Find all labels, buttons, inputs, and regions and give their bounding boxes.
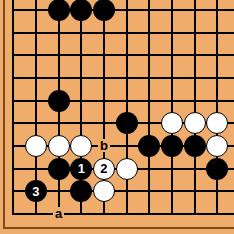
intersection — [206, 135, 229, 158]
board-frame-bottom — [3, 227, 234, 229]
intersection — [183, 112, 206, 135]
intersection — [206, 44, 229, 67]
intersection — [47, 44, 70, 67]
white-stone — [206, 135, 228, 157]
white-stone-move-2: 2 — [93, 158, 115, 180]
white-stone — [48, 135, 70, 157]
white-stone — [116, 158, 138, 180]
intersection — [115, 180, 138, 203]
intersection — [138, 180, 161, 203]
black-stone-move-1: 1 — [70, 158, 92, 180]
intersection — [138, 112, 161, 135]
intersection — [115, 67, 138, 90]
white-stone — [161, 112, 183, 134]
intersection — [47, 0, 70, 21]
intersection — [25, 44, 48, 67]
intersection — [206, 67, 229, 90]
intersection — [25, 135, 48, 158]
intersection — [206, 21, 229, 44]
black-stone — [48, 0, 70, 21]
white-stone — [206, 112, 228, 134]
intersection — [206, 180, 229, 203]
intersection — [183, 180, 206, 203]
black-stone — [116, 112, 138, 134]
intersection — [161, 135, 184, 158]
intersection — [183, 21, 206, 44]
intersection — [115, 203, 138, 226]
intersection — [161, 44, 184, 67]
intersection: 1 — [70, 157, 93, 180]
intersection — [183, 203, 206, 226]
intersection — [206, 89, 229, 112]
intersection — [138, 203, 161, 226]
intersection: 2 — [93, 157, 116, 180]
black-stone — [48, 158, 70, 180]
intersection — [138, 135, 161, 158]
board-grid: b123a — [2, 0, 229, 225]
intersection — [183, 135, 206, 158]
intersection — [2, 89, 25, 112]
intersection — [206, 112, 229, 135]
intersection — [70, 89, 93, 112]
intersection — [161, 203, 184, 226]
intersection — [25, 112, 48, 135]
black-stone — [93, 0, 115, 21]
intersection — [93, 203, 116, 226]
intersection: a — [47, 203, 70, 226]
intersection — [161, 21, 184, 44]
intersection — [2, 112, 25, 135]
intersection — [183, 44, 206, 67]
intersection — [25, 67, 48, 90]
intersection — [93, 112, 116, 135]
intersection — [161, 0, 184, 21]
intersection — [115, 21, 138, 44]
intersection — [93, 21, 116, 44]
intersection — [183, 157, 206, 180]
intersection — [47, 135, 70, 158]
intersection — [47, 112, 70, 135]
intersection — [138, 44, 161, 67]
intersection — [161, 157, 184, 180]
intersection — [2, 44, 25, 67]
intersection — [138, 0, 161, 21]
intersection — [70, 44, 93, 67]
intersection — [2, 180, 25, 203]
intersection — [70, 0, 93, 21]
intersection — [2, 157, 25, 180]
point-label-b: b — [98, 139, 110, 152]
intersection — [2, 21, 25, 44]
intersection — [47, 157, 70, 180]
intersection — [115, 112, 138, 135]
intersection — [115, 0, 138, 21]
black-stone — [184, 135, 206, 157]
intersection — [47, 89, 70, 112]
intersection — [70, 203, 93, 226]
intersection — [206, 157, 229, 180]
intersection — [2, 0, 25, 21]
black-stone — [70, 0, 92, 21]
intersection — [70, 112, 93, 135]
intersection — [47, 67, 70, 90]
white-stone — [70, 135, 92, 157]
intersection — [70, 67, 93, 90]
black-stone — [70, 180, 92, 202]
intersection: b — [93, 135, 116, 158]
intersection: 3 — [25, 180, 48, 203]
intersection — [183, 0, 206, 21]
intersection — [161, 67, 184, 90]
intersection — [2, 67, 25, 90]
intersection — [25, 203, 48, 226]
white-stone — [25, 135, 47, 157]
intersection — [25, 0, 48, 21]
intersection — [2, 203, 25, 226]
intersection — [93, 89, 116, 112]
intersection — [161, 89, 184, 112]
intersection — [93, 44, 116, 67]
intersection — [93, 180, 116, 203]
intersection — [138, 21, 161, 44]
black-stone — [138, 135, 160, 157]
intersection — [47, 180, 70, 203]
intersection — [93, 0, 116, 21]
black-stone — [161, 135, 183, 157]
intersection — [70, 180, 93, 203]
white-stone — [93, 180, 115, 202]
intersection — [47, 21, 70, 44]
intersection — [70, 135, 93, 158]
intersection — [25, 89, 48, 112]
intersection — [161, 112, 184, 135]
intersection — [138, 157, 161, 180]
intersection — [183, 89, 206, 112]
intersection — [25, 157, 48, 180]
intersection — [2, 135, 25, 158]
intersection — [115, 44, 138, 67]
intersection — [161, 180, 184, 203]
black-stone — [48, 90, 70, 112]
intersection — [138, 67, 161, 90]
intersection — [138, 89, 161, 112]
intersection — [25, 21, 48, 44]
black-stone-move-3: 3 — [25, 180, 47, 202]
intersection — [115, 89, 138, 112]
intersection — [70, 21, 93, 44]
intersection — [206, 203, 229, 226]
point-label-a: a — [53, 207, 64, 220]
black-stone — [206, 158, 228, 180]
white-stone — [184, 112, 206, 134]
intersection — [183, 67, 206, 90]
intersection — [93, 67, 116, 90]
intersection — [206, 0, 229, 21]
go-board-diagram: b123a — [0, 0, 234, 234]
intersection — [115, 135, 138, 158]
intersection — [115, 157, 138, 180]
